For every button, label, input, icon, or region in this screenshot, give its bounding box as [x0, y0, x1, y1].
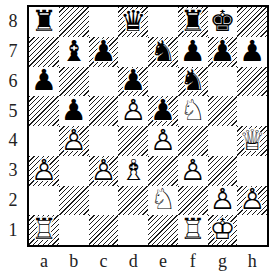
piece-glyph-white-pawn: ♙ [90, 156, 116, 185]
piece-glyph-black-knight: ♞ [150, 37, 176, 66]
black-knight-f6: ♞♞ [178, 67, 208, 97]
square-f8: ♜♜ [178, 7, 208, 37]
file-label-f: f [178, 247, 208, 275]
piece-glyph-black-rook: ♜ [31, 7, 57, 36]
square-b6 [59, 67, 89, 97]
piece-glyph-black-pawn: ♟ [150, 96, 176, 125]
square-f6: ♞♞ [178, 67, 208, 97]
square-a3: ♟♙ [29, 156, 59, 186]
white-pawn-a3: ♟♙ [29, 156, 59, 186]
white-pawn-e4: ♟♙ [148, 126, 178, 156]
white-pawn-g2: ♟♙ [208, 186, 238, 216]
square-h6 [237, 67, 267, 97]
black-pawn-d6: ♟♟ [118, 67, 148, 97]
square-d3: ♝♗ [118, 156, 148, 186]
file-label-h: h [237, 247, 267, 275]
square-g7: ♟♟ [208, 37, 238, 67]
piece-glyph-white-knight: ♘ [150, 185, 176, 214]
black-rook-f8: ♜♜ [178, 7, 208, 37]
square-h2: ♟♙ [237, 186, 267, 216]
white-pawn-d5: ♟♙ [118, 96, 148, 126]
white-pawn-h2: ♟♙ [237, 186, 267, 216]
black-pawn-h7: ♟♟ [237, 37, 267, 67]
black-pawn-g7: ♟♟ [208, 37, 238, 67]
piece-glyph-white-pawn: ♙ [150, 126, 176, 155]
black-pawn-a6: ♟♟ [29, 67, 59, 97]
rank-labels: 87654321 [3, 7, 23, 245]
square-h1 [237, 215, 267, 245]
piece-glyph-black-pawn: ♟ [239, 37, 265, 66]
square-b7: ♝♝ [59, 37, 89, 67]
file-labels: abcdefgh [29, 247, 267, 275]
piece-glyph-black-knight: ♞ [180, 66, 206, 95]
square-g6 [208, 67, 238, 97]
file-label-g: g [208, 247, 238, 275]
square-c2 [89, 186, 119, 216]
piece-glyph-black-pawn: ♟ [180, 37, 206, 66]
piece-glyph-white-king: ♔ [209, 215, 235, 244]
square-f5: ♞♘ [178, 96, 208, 126]
piece-glyph-white-rook: ♖ [31, 215, 57, 244]
black-pawn-b5: ♟♟ [59, 96, 89, 126]
piece-glyph-white-pawn: ♙ [180, 156, 206, 185]
square-f1: ♜♖ [178, 215, 208, 245]
square-d8: ♛♛ [118, 7, 148, 37]
square-f2 [178, 186, 208, 216]
piece-glyph-white-knight: ♘ [180, 96, 206, 125]
rank-label-3: 3 [3, 156, 23, 186]
white-knight-e2: ♞♘ [148, 186, 178, 216]
square-e7: ♞♞ [148, 37, 178, 67]
chess-board: ♜♜♛♛♜♜♚♚♝♝♟♟♞♞♟♟♟♟♟♟♟♟♟♟♞♞♟♟♟♙♟♟♞♘♟♙♟♙♛♕… [27, 5, 269, 247]
piece-glyph-black-pawn: ♟ [31, 66, 57, 95]
square-b4: ♟♙ [59, 126, 89, 156]
square-g8: ♚♚ [208, 7, 238, 37]
piece-glyph-white-pawn: ♙ [209, 185, 235, 214]
square-f7: ♟♟ [178, 37, 208, 67]
square-a8: ♜♜ [29, 7, 59, 37]
rank-label-7: 7 [3, 37, 23, 67]
square-d7 [118, 37, 148, 67]
square-d2 [118, 186, 148, 216]
piece-glyph-white-pawn: ♙ [120, 96, 146, 125]
square-h3 [237, 156, 267, 186]
square-d6: ♟♟ [118, 67, 148, 97]
square-g4 [208, 126, 238, 156]
square-b8 [59, 7, 89, 37]
square-b5: ♟♟ [59, 96, 89, 126]
white-rook-f1: ♜♖ [178, 215, 208, 245]
square-d1 [118, 215, 148, 245]
file-label-b: b [59, 247, 89, 275]
square-c6 [89, 67, 119, 97]
square-g5 [208, 96, 238, 126]
black-rook-a8: ♜♜ [29, 7, 59, 37]
square-h8 [237, 7, 267, 37]
piece-glyph-black-rook: ♜ [180, 7, 206, 36]
piece-glyph-white-pawn: ♙ [61, 126, 87, 155]
square-c8 [89, 7, 119, 37]
white-king-g1: ♚♔ [208, 215, 238, 245]
square-a1: ♜♖ [29, 215, 59, 245]
rank-label-6: 6 [3, 67, 23, 97]
rank-label-4: 4 [3, 126, 23, 156]
square-e3 [148, 156, 178, 186]
square-g2: ♟♙ [208, 186, 238, 216]
square-e1 [148, 215, 178, 245]
rank-label-2: 2 [3, 186, 23, 216]
square-b2 [59, 186, 89, 216]
square-a2 [29, 186, 59, 216]
black-pawn-e5: ♟♟ [148, 96, 178, 126]
square-b1 [59, 215, 89, 245]
square-c7: ♟♟ [89, 37, 119, 67]
square-f4 [178, 126, 208, 156]
square-a4 [29, 126, 59, 156]
piece-glyph-black-pawn: ♟ [120, 66, 146, 95]
black-queen-d8: ♛♛ [118, 7, 148, 37]
white-rook-a1: ♜♖ [29, 215, 59, 245]
file-label-a: a [29, 247, 59, 275]
file-label-c: c [89, 247, 119, 275]
square-c3: ♟♙ [89, 156, 119, 186]
piece-glyph-white-pawn: ♙ [239, 185, 265, 214]
white-queen-h4: ♛♕ [237, 126, 267, 156]
piece-glyph-white-rook: ♖ [180, 215, 206, 244]
square-h4: ♛♕ [237, 126, 267, 156]
square-e4: ♟♙ [148, 126, 178, 156]
white-pawn-b4: ♟♙ [59, 126, 89, 156]
rank-label-8: 8 [3, 7, 23, 37]
file-label-e: e [148, 247, 178, 275]
square-d5: ♟♙ [118, 96, 148, 126]
square-b3 [59, 156, 89, 186]
square-d4 [118, 126, 148, 156]
square-g3 [208, 156, 238, 186]
black-knight-e7: ♞♞ [148, 37, 178, 67]
piece-glyph-black-pawn: ♟ [90, 37, 116, 66]
rank-label-1: 1 [3, 215, 23, 245]
rank-label-5: 5 [3, 96, 23, 126]
square-g1: ♚♔ [208, 215, 238, 245]
piece-glyph-black-pawn: ♟ [61, 96, 87, 125]
square-c1 [89, 215, 119, 245]
black-king-g8: ♚♚ [208, 7, 238, 37]
square-e6 [148, 67, 178, 97]
piece-glyph-black-king: ♚ [209, 7, 235, 36]
piece-glyph-black-queen: ♛ [120, 7, 146, 36]
black-pawn-c7: ♟♟ [89, 37, 119, 67]
black-bishop-b7: ♝♝ [59, 37, 89, 67]
square-h5 [237, 96, 267, 126]
square-c4 [89, 126, 119, 156]
square-a6: ♟♟ [29, 67, 59, 97]
white-pawn-f3: ♟♙ [178, 156, 208, 186]
chess-diagram: 87654321 ♜♜♛♛♜♜♚♚♝♝♟♟♞♞♟♟♟♟♟♟♟♟♟♟♞♞♟♟♟♙♟… [0, 0, 278, 280]
square-h7: ♟♟ [237, 37, 267, 67]
square-f3: ♟♙ [178, 156, 208, 186]
square-e5: ♟♟ [148, 96, 178, 126]
piece-glyph-white-bishop: ♗ [120, 156, 146, 185]
black-pawn-f7: ♟♟ [178, 37, 208, 67]
square-a7 [29, 37, 59, 67]
white-pawn-c3: ♟♙ [89, 156, 119, 186]
white-knight-f5: ♞♘ [178, 96, 208, 126]
square-a5 [29, 96, 59, 126]
piece-glyph-white-pawn: ♙ [31, 156, 57, 185]
white-bishop-d3: ♝♗ [118, 156, 148, 186]
piece-glyph-white-queen: ♕ [239, 126, 265, 155]
piece-glyph-black-pawn: ♟ [209, 37, 235, 66]
file-label-d: d [118, 247, 148, 275]
piece-glyph-black-bishop: ♝ [61, 37, 87, 66]
square-e2: ♞♘ [148, 186, 178, 216]
square-c5 [89, 96, 119, 126]
square-e8 [148, 7, 178, 37]
